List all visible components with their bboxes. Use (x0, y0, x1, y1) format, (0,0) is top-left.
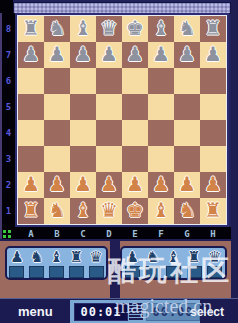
piece-black-bishop: ♝ (70, 16, 96, 42)
square-g5[interactable] (174, 94, 200, 120)
square-b2[interactable]: ♟ (44, 172, 70, 198)
rank-label-4: 4 (2, 120, 15, 146)
piece-white-knight: ♞ (44, 198, 70, 224)
rank-label-5: 5 (2, 94, 15, 120)
square-b4[interactable] (44, 120, 70, 146)
square-h8[interactable]: ♜ (200, 16, 226, 42)
piece-black-rook: ♜ (18, 16, 44, 42)
piece-black-pawn: ♟ (44, 42, 70, 68)
piece-white-pawn: ♟ (148, 172, 174, 198)
square-e1[interactable]: ♚ (122, 198, 148, 224)
watermark-domain: magicted.cn (115, 295, 212, 318)
piece-black-knight: ♞ (44, 16, 70, 42)
piece-white-pawn: ♟ (200, 172, 226, 198)
square-g4[interactable] (174, 120, 200, 146)
square-d1[interactable]: ♛ (96, 198, 122, 224)
rook-silhouette-icon: ♜ (70, 250, 83, 264)
square-a4[interactable] (18, 120, 44, 146)
square-f5[interactable] (148, 94, 174, 120)
board-grid: ♜♞♝♛♚♝♞♜♟♟♟♟♟♟♟♟♟♟♟♟♟♟♟♟♜♞♝♛♚♝♞♜ (18, 16, 226, 224)
square-d4[interactable] (96, 120, 122, 146)
square-h7[interactable]: ♟ (200, 42, 226, 68)
square-h2[interactable]: ♟ (200, 172, 226, 198)
square-g3[interactable] (174, 146, 200, 172)
square-a6[interactable] (18, 68, 44, 94)
tray-count-box (9, 266, 24, 278)
square-h3[interactable] (200, 146, 226, 172)
square-c4[interactable] (70, 120, 96, 146)
square-c1[interactable]: ♝ (70, 198, 96, 224)
square-c5[interactable] (70, 94, 96, 120)
piece-white-pawn: ♟ (174, 172, 200, 198)
square-d5[interactable] (96, 94, 122, 120)
square-c7[interactable]: ♟ (70, 42, 96, 68)
rank-label-3: 3 (2, 146, 15, 172)
piece-black-pawn: ♟ (70, 42, 96, 68)
menu-button[interactable]: menu (18, 304, 53, 319)
square-e4[interactable] (122, 120, 148, 146)
piece-black-pawn: ♟ (174, 42, 200, 68)
tray-slot-bishop: ♝ (49, 250, 64, 278)
square-b7[interactable]: ♟ (44, 42, 70, 68)
tray-count-box (29, 266, 44, 278)
square-e5[interactable] (122, 94, 148, 120)
square-b5[interactable] (44, 94, 70, 120)
tray-count-box (69, 266, 84, 278)
square-f8[interactable]: ♝ (148, 16, 174, 42)
square-a8[interactable]: ♜ (18, 16, 44, 42)
bishop-silhouette-icon: ♝ (50, 250, 63, 264)
tray-count-box (49, 266, 64, 278)
piece-black-queen: ♛ (96, 16, 122, 42)
piece-white-pawn: ♟ (44, 172, 70, 198)
square-d3[interactable] (96, 146, 122, 172)
square-a1[interactable]: ♜ (18, 198, 44, 224)
square-f2[interactable]: ♟ (148, 172, 174, 198)
corner-block (0, 0, 13, 13)
piece-black-knight: ♞ (174, 16, 200, 42)
piece-black-pawn: ♟ (96, 42, 122, 68)
square-h6[interactable] (200, 68, 226, 94)
piece-white-pawn: ♟ (96, 172, 122, 198)
piece-black-pawn: ♟ (122, 42, 148, 68)
rank-label-2: 2 (2, 172, 15, 198)
tray-slot-rook: ♜ (69, 250, 84, 278)
square-f1[interactable]: ♝ (148, 198, 174, 224)
rank-label-7: 7 (2, 42, 15, 68)
square-e2[interactable]: ♟ (122, 172, 148, 198)
pawn-silhouette-icon: ♟ (10, 250, 23, 264)
knight-silhouette-icon: ♞ (30, 250, 43, 264)
piece-white-rook: ♜ (18, 198, 44, 224)
square-d8[interactable]: ♛ (96, 16, 122, 42)
piece-white-pawn: ♟ (122, 172, 148, 198)
rank-labels: 87654321 (2, 16, 15, 224)
square-d6[interactable] (96, 68, 122, 94)
square-b8[interactable]: ♞ (44, 16, 70, 42)
square-g1[interactable]: ♞ (174, 198, 200, 224)
square-c2[interactable]: ♟ (70, 172, 96, 198)
watermark-chinese: 酷玩社区 (108, 252, 238, 290)
square-a5[interactable] (18, 94, 44, 120)
square-f3[interactable] (148, 146, 174, 172)
square-d7[interactable]: ♟ (96, 42, 122, 68)
piece-white-queen: ♛ (96, 198, 122, 224)
board-inner-border: ♜♞♝♛♚♝♞♜♟♟♟♟♟♟♟♟♟♟♟♟♟♟♟♟♜♞♝♛♚♝♞♜ (17, 15, 227, 225)
tray-count-box (89, 266, 104, 278)
square-g8[interactable]: ♞ (174, 16, 200, 42)
piece-black-bishop: ♝ (148, 16, 174, 42)
piece-white-pawn: ♟ (18, 172, 44, 198)
piece-white-king: ♚ (122, 198, 148, 224)
square-h1[interactable]: ♜ (200, 198, 226, 224)
square-e3[interactable] (122, 146, 148, 172)
square-h4[interactable] (200, 120, 226, 146)
square-g2[interactable]: ♟ (174, 172, 200, 198)
piece-white-knight: ♞ (174, 198, 200, 224)
piece-black-pawn: ♟ (200, 42, 226, 68)
square-b3[interactable] (44, 146, 70, 172)
rank-label-1: 1 (2, 198, 15, 224)
square-f4[interactable] (148, 120, 174, 146)
rank-label-strip: 87654321 (2, 13, 15, 227)
square-f6[interactable] (148, 68, 174, 94)
square-e7[interactable]: ♟ (122, 42, 148, 68)
square-c3[interactable] (70, 146, 96, 172)
piece-white-rook: ♜ (200, 198, 226, 224)
piece-black-pawn: ♟ (148, 42, 174, 68)
square-b6[interactable] (44, 68, 70, 94)
square-c6[interactable] (70, 68, 96, 94)
tray-slot-queen: ♛ (89, 250, 104, 278)
square-e8[interactable]: ♚ (122, 16, 148, 42)
piece-black-king: ♚ (122, 16, 148, 42)
piece-white-pawn: ♟ (70, 172, 96, 198)
tray-slot-knight: ♞ (29, 250, 44, 278)
square-a7[interactable]: ♟ (18, 42, 44, 68)
square-e6[interactable] (122, 68, 148, 94)
square-a3[interactable] (18, 146, 44, 172)
square-g6[interactable] (174, 68, 200, 94)
piece-black-pawn: ♟ (18, 42, 44, 68)
piece-white-bishop: ♝ (148, 198, 174, 224)
square-f7[interactable]: ♟ (148, 42, 174, 68)
tray-slot-pawn: ♟ (9, 250, 24, 278)
piece-black-rook: ♜ (200, 16, 226, 42)
square-b1[interactable]: ♞ (44, 198, 70, 224)
square-d2[interactable]: ♟ (96, 172, 122, 198)
square-c8[interactable]: ♝ (70, 16, 96, 42)
grid-dots-icon (3, 230, 11, 238)
board-frame: ♜♞♝♛♚♝♞♜♟♟♟♟♟♟♟♟♟♟♟♟♟♟♟♟♜♞♝♛♚♝♞♜ (15, 13, 229, 227)
square-g7[interactable]: ♟ (174, 42, 200, 68)
square-a2[interactable]: ♟ (18, 172, 44, 198)
queen-silhouette-icon: ♛ (89, 250, 102, 264)
capture-tray-white: ♟♞♝♜♛ (5, 246, 108, 280)
square-h5[interactable] (200, 94, 226, 120)
piece-white-bishop: ♝ (70, 198, 96, 224)
game-screen: 87654321 ♜♞♝♛♚♝♞♜♟♟♟♟♟♟♟♟♟♟♟♟♟♟♟♟♜♞♝♛♚♝♞… (0, 0, 238, 323)
rank-label-8: 8 (2, 16, 15, 42)
rank-label-6: 6 (2, 68, 15, 94)
